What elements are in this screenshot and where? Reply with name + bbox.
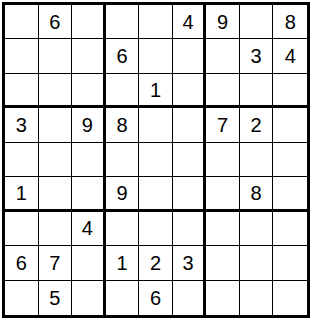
cell-r2c8[interactable]: 3 [240, 39, 274, 73]
cell-r9c3[interactable] [72, 281, 106, 315]
cell-r1c2[interactable]: 6 [39, 5, 73, 39]
cell-r3c6[interactable] [173, 74, 207, 108]
cell-r7c1[interactable] [5, 212, 39, 246]
cell-r8c7[interactable] [206, 246, 240, 280]
cell-r6c9[interactable] [273, 177, 307, 211]
cell-r7c7[interactable] [206, 212, 240, 246]
cell-r4c4[interactable]: 8 [106, 108, 140, 142]
cell-r1c3[interactable] [72, 5, 106, 39]
cell-r9c8[interactable] [240, 281, 274, 315]
cell-r2c3[interactable] [72, 39, 106, 73]
cell-r8c1[interactable]: 6 [5, 246, 39, 280]
cell-r1c5[interactable] [139, 5, 173, 39]
cell-r1c6[interactable]: 4 [173, 5, 207, 39]
cell-r4c2[interactable] [39, 108, 73, 142]
cell-r2c9[interactable]: 4 [273, 39, 307, 73]
sudoku-board: 649863413987219846712356 [2, 2, 310, 318]
cell-r2c5[interactable] [139, 39, 173, 73]
cell-r3c7[interactable] [206, 74, 240, 108]
cell-r3c8[interactable] [240, 74, 274, 108]
cell-r7c6[interactable] [173, 212, 207, 246]
cell-r8c4[interactable]: 1 [106, 246, 140, 280]
cell-r8c3[interactable] [72, 246, 106, 280]
cell-r9c1[interactable] [5, 281, 39, 315]
cell-r5c5[interactable] [139, 143, 173, 177]
cell-r6c2[interactable] [39, 177, 73, 211]
cell-r2c7[interactable] [206, 39, 240, 73]
cell-r5c3[interactable] [72, 143, 106, 177]
cell-r5c4[interactable] [106, 143, 140, 177]
cell-r8c9[interactable] [273, 246, 307, 280]
cell-r6c7[interactable] [206, 177, 240, 211]
cell-r3c1[interactable] [5, 74, 39, 108]
cell-r6c4[interactable]: 9 [106, 177, 140, 211]
cell-r2c6[interactable] [173, 39, 207, 73]
cell-r5c2[interactable] [39, 143, 73, 177]
cell-r7c9[interactable] [273, 212, 307, 246]
cell-r3c9[interactable] [273, 74, 307, 108]
cell-r6c8[interactable]: 8 [240, 177, 274, 211]
cell-r5c8[interactable] [240, 143, 274, 177]
cell-r6c3[interactable] [72, 177, 106, 211]
cell-r4c6[interactable] [173, 108, 207, 142]
cell-r9c6[interactable] [173, 281, 207, 315]
cell-r2c4[interactable]: 6 [106, 39, 140, 73]
cell-r7c3[interactable]: 4 [72, 212, 106, 246]
cell-r9c7[interactable] [206, 281, 240, 315]
cell-r9c5[interactable]: 6 [139, 281, 173, 315]
cell-r6c5[interactable] [139, 177, 173, 211]
cell-r3c3[interactable] [72, 74, 106, 108]
cell-r1c9[interactable]: 8 [273, 5, 307, 39]
cell-r3c4[interactable] [106, 74, 140, 108]
cell-r5c1[interactable] [5, 143, 39, 177]
cell-r2c1[interactable] [5, 39, 39, 73]
cell-r7c4[interactable] [106, 212, 140, 246]
cell-r9c2[interactable]: 5 [39, 281, 73, 315]
cell-r8c2[interactable]: 7 [39, 246, 73, 280]
cell-r5c6[interactable] [173, 143, 207, 177]
cell-r7c5[interactable] [139, 212, 173, 246]
cell-r8c6[interactable]: 3 [173, 246, 207, 280]
cell-r8c5[interactable]: 2 [139, 246, 173, 280]
cell-r4c3[interactable]: 9 [72, 108, 106, 142]
cell-r1c4[interactable] [106, 5, 140, 39]
cell-r5c9[interactable] [273, 143, 307, 177]
cell-r4c1[interactable]: 3 [5, 108, 39, 142]
cell-r4c9[interactable] [273, 108, 307, 142]
sudoku-grid: 649863413987219846712356 [5, 5, 307, 315]
cell-r3c2[interactable] [39, 74, 73, 108]
cell-r1c8[interactable] [240, 5, 274, 39]
cell-r1c7[interactable]: 9 [206, 5, 240, 39]
cell-r4c5[interactable] [139, 108, 173, 142]
cell-r9c9[interactable] [273, 281, 307, 315]
cell-r7c8[interactable] [240, 212, 274, 246]
cell-r3c5[interactable]: 1 [139, 74, 173, 108]
cell-r6c6[interactable] [173, 177, 207, 211]
cell-r6c1[interactable]: 1 [5, 177, 39, 211]
cell-r9c4[interactable] [106, 281, 140, 315]
cell-r7c2[interactable] [39, 212, 73, 246]
cell-r1c1[interactable] [5, 5, 39, 39]
cell-r4c7[interactable]: 7 [206, 108, 240, 142]
cell-r4c8[interactable]: 2 [240, 108, 274, 142]
cell-r2c2[interactable] [39, 39, 73, 73]
cell-r5c7[interactable] [206, 143, 240, 177]
cell-r8c8[interactable] [240, 246, 274, 280]
